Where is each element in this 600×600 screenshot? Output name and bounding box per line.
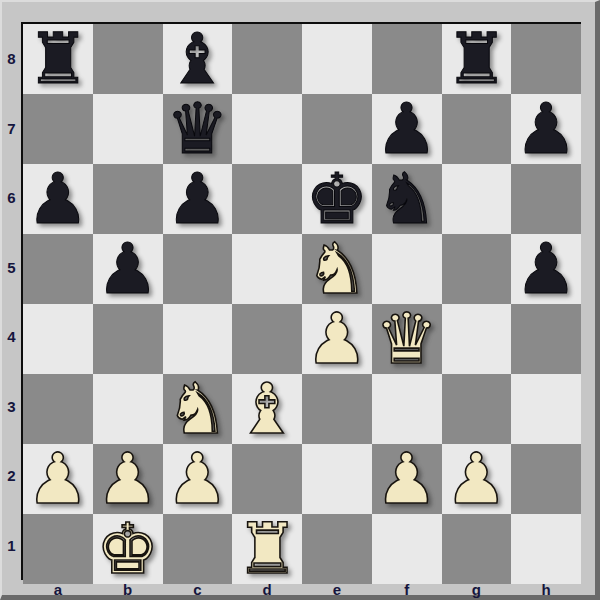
- square-e1[interactable]: [302, 514, 372, 584]
- square-c5[interactable]: [163, 234, 233, 304]
- chess-board: ♜♝♜♛♟♟♟♟♚♞♟♞♟♟♛♞♝♟♟♟♟♟♚♜: [21, 22, 581, 580]
- square-g8[interactable]: ♜: [442, 24, 512, 94]
- piece-white-bishop[interactable]: ♝: [236, 374, 299, 444]
- file-label-g: g: [442, 579, 512, 599]
- square-b5[interactable]: ♟: [93, 234, 163, 304]
- square-g6[interactable]: [442, 164, 512, 234]
- square-f6[interactable]: ♞: [372, 164, 442, 234]
- rank-label-8: 8: [2, 24, 21, 94]
- file-label-h: h: [511, 579, 581, 599]
- square-g3[interactable]: [442, 374, 512, 444]
- piece-white-pawn[interactable]: ♟: [375, 444, 438, 514]
- file-label-d: d: [232, 579, 302, 599]
- piece-white-pawn[interactable]: ♟: [305, 304, 368, 374]
- square-h7[interactable]: ♟: [511, 94, 581, 164]
- rank-label-1: 1: [2, 511, 21, 581]
- piece-black-king[interactable]: ♚: [305, 164, 368, 234]
- square-h2[interactable]: [511, 444, 581, 514]
- rank-label-4: 4: [2, 302, 21, 372]
- square-h8[interactable]: [511, 24, 581, 94]
- piece-white-knight[interactable]: ♞: [305, 234, 368, 304]
- square-a1[interactable]: [23, 514, 93, 584]
- square-d4[interactable]: [232, 304, 302, 374]
- square-c4[interactable]: [163, 304, 233, 374]
- square-d3[interactable]: ♝: [232, 374, 302, 444]
- square-a7[interactable]: [23, 94, 93, 164]
- square-f1[interactable]: [372, 514, 442, 584]
- square-b7[interactable]: [93, 94, 163, 164]
- piece-white-king[interactable]: ♚: [96, 514, 159, 584]
- square-d8[interactable]: [232, 24, 302, 94]
- square-a5[interactable]: [23, 234, 93, 304]
- piece-white-knight[interactable]: ♞: [166, 374, 229, 444]
- square-c7[interactable]: ♛: [163, 94, 233, 164]
- square-g1[interactable]: [442, 514, 512, 584]
- file-label-b: b: [93, 579, 163, 599]
- square-c6[interactable]: ♟: [163, 164, 233, 234]
- square-b1[interactable]: ♚: [93, 514, 163, 584]
- square-g7[interactable]: [442, 94, 512, 164]
- piece-black-pawn[interactable]: ♟: [375, 94, 438, 164]
- piece-white-queen[interactable]: ♛: [375, 304, 438, 374]
- square-c1[interactable]: [163, 514, 233, 584]
- square-b6[interactable]: [93, 164, 163, 234]
- piece-black-rook[interactable]: ♜: [26, 24, 89, 94]
- square-f2[interactable]: ♟: [372, 444, 442, 514]
- square-f4[interactable]: ♛: [372, 304, 442, 374]
- rank-label-7: 7: [2, 94, 21, 164]
- piece-black-pawn[interactable]: ♟: [96, 234, 159, 304]
- file-label-f: f: [372, 579, 442, 599]
- square-e7[interactable]: [302, 94, 372, 164]
- square-g2[interactable]: ♟: [442, 444, 512, 514]
- square-e5[interactable]: ♞: [302, 234, 372, 304]
- square-h4[interactable]: [511, 304, 581, 374]
- square-h5[interactable]: ♟: [511, 234, 581, 304]
- square-b4[interactable]: [93, 304, 163, 374]
- rank-label-6: 6: [2, 163, 21, 233]
- rank-label-5: 5: [2, 233, 21, 303]
- square-h6[interactable]: [511, 164, 581, 234]
- rank-labels: 87654321: [2, 24, 21, 580]
- piece-black-rook[interactable]: ♜: [445, 24, 508, 94]
- square-h1[interactable]: [511, 514, 581, 584]
- square-b2[interactable]: ♟: [93, 444, 163, 514]
- file-label-c: c: [163, 579, 233, 599]
- square-d1[interactable]: ♜: [232, 514, 302, 584]
- square-a2[interactable]: ♟: [23, 444, 93, 514]
- square-h3[interactable]: [511, 374, 581, 444]
- square-d5[interactable]: [232, 234, 302, 304]
- square-c2[interactable]: ♟: [163, 444, 233, 514]
- piece-white-pawn[interactable]: ♟: [445, 444, 508, 514]
- square-e2[interactable]: [302, 444, 372, 514]
- piece-black-knight[interactable]: ♞: [375, 164, 438, 234]
- square-c3[interactable]: ♞: [163, 374, 233, 444]
- square-f5[interactable]: [372, 234, 442, 304]
- square-a6[interactable]: ♟: [23, 164, 93, 234]
- square-b8[interactable]: [93, 24, 163, 94]
- square-a3[interactable]: [23, 374, 93, 444]
- piece-white-rook[interactable]: ♜: [236, 514, 299, 584]
- square-g4[interactable]: [442, 304, 512, 374]
- square-f7[interactable]: ♟: [372, 94, 442, 164]
- square-e3[interactable]: [302, 374, 372, 444]
- rank-label-2: 2: [2, 441, 21, 511]
- piece-black-bishop[interactable]: ♝: [166, 24, 229, 94]
- square-f8[interactable]: [372, 24, 442, 94]
- piece-white-pawn[interactable]: ♟: [26, 444, 89, 514]
- square-b3[interactable]: [93, 374, 163, 444]
- square-g5[interactable]: [442, 234, 512, 304]
- piece-black-pawn[interactable]: ♟: [515, 94, 578, 164]
- square-a4[interactable]: [23, 304, 93, 374]
- square-f3[interactable]: [372, 374, 442, 444]
- piece-white-pawn[interactable]: ♟: [96, 444, 159, 514]
- board-frame: ♜♝♜♛♟♟♟♟♚♞♟♞♟♟♛♞♝♟♟♟♟♟♚♜ 87654321 abcdef…: [0, 0, 600, 600]
- square-a8[interactable]: ♜: [23, 24, 93, 94]
- piece-white-pawn[interactable]: ♟: [166, 444, 229, 514]
- piece-black-pawn[interactable]: ♟: [166, 164, 229, 234]
- rank-label-3: 3: [2, 372, 21, 442]
- square-d6[interactable]: [232, 164, 302, 234]
- piece-black-pawn[interactable]: ♟: [515, 234, 578, 304]
- file-label-a: a: [23, 579, 93, 599]
- piece-black-pawn[interactable]: ♟: [26, 164, 89, 234]
- square-d7[interactable]: [232, 94, 302, 164]
- square-c8[interactable]: ♝: [163, 24, 233, 94]
- file-label-e: e: [302, 579, 372, 599]
- square-e6[interactable]: ♚: [302, 164, 372, 234]
- square-e4[interactable]: ♟: [302, 304, 372, 374]
- file-labels: abcdefgh: [23, 579, 581, 599]
- square-d2[interactable]: [232, 444, 302, 514]
- square-e8[interactable]: [302, 24, 372, 94]
- piece-black-queen[interactable]: ♛: [166, 94, 229, 164]
